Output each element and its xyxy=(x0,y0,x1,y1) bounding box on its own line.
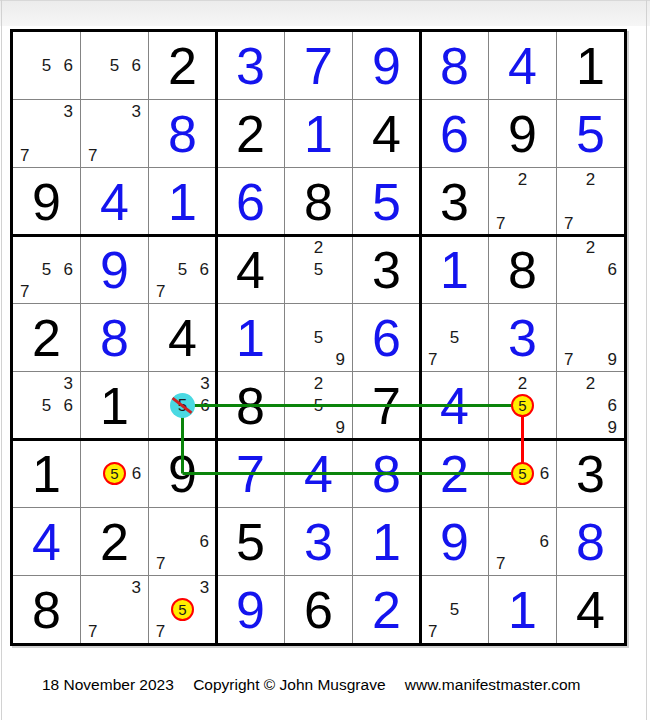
candidate-9: 9 xyxy=(601,348,623,370)
candidate-grid: 269 xyxy=(557,372,624,439)
cell-r3c9[interactable]: 27 xyxy=(557,168,624,235)
cell-r5c7[interactable]: 57 xyxy=(421,304,488,371)
candidate-6: 6 xyxy=(601,259,623,281)
candidate-7: 7 xyxy=(82,144,104,166)
cell-r7c6[interactable]: 8 xyxy=(353,440,420,507)
footer-copyright: Copyright © John Musgrave xyxy=(193,676,385,693)
given-digit: 4 xyxy=(236,244,265,296)
given-digit: 3 xyxy=(440,176,469,228)
given-digit: 9 xyxy=(32,176,61,228)
candidate-3: 3 xyxy=(57,373,79,395)
cell-r4c3[interactable]: 567 xyxy=(149,236,216,303)
cell-r6c2[interactable]: 1 xyxy=(81,372,148,439)
footer-date: 18 November 2023 xyxy=(42,676,174,693)
cell-r5c4[interactable]: 1 xyxy=(217,304,284,371)
solved-digit: 6 xyxy=(372,312,401,364)
candidate-5: 5 xyxy=(444,599,466,621)
candidate-7: 7 xyxy=(490,552,512,574)
solved-digit: 1 xyxy=(168,176,197,228)
candidate-3: 3 xyxy=(57,101,79,123)
given-digit: 2 xyxy=(100,516,129,568)
given-digit: 9 xyxy=(508,108,537,160)
solved-digit: 3 xyxy=(304,516,333,568)
given-digit: 4 xyxy=(168,312,197,364)
cell-r6c6[interactable]: 7 xyxy=(353,372,420,439)
cell-r5c1[interactable]: 2 xyxy=(13,304,80,371)
candidate-grid: 25 xyxy=(489,372,556,439)
cell-r7c7[interactable]: 2 xyxy=(421,440,488,507)
solved-digit: 6 xyxy=(236,176,265,228)
cell-r6c5[interactable]: 259 xyxy=(285,372,352,439)
cell-r8c5[interactable]: 3 xyxy=(285,508,352,575)
solved-digit: 9 xyxy=(440,516,469,568)
candidate-5: 5 xyxy=(36,55,58,77)
candidate-grid: 57 xyxy=(421,576,488,643)
cell-r3c4[interactable]: 6 xyxy=(217,168,284,235)
cell-r2c1[interactable]: 37 xyxy=(13,100,80,167)
candidate-5: 5 xyxy=(308,327,330,349)
candidate-grid: 56 xyxy=(489,440,556,507)
cell-r7c2[interactable]: 56 xyxy=(81,440,148,507)
candidate-2: 2 xyxy=(308,373,330,395)
candidate-6: 6 xyxy=(57,55,79,77)
cell-r4c8[interactable]: 8 xyxy=(489,236,556,303)
cell-r9c8[interactable]: 1 xyxy=(489,576,556,643)
cell-r5c9[interactable]: 79 xyxy=(557,304,624,371)
cell-r8c4[interactable]: 5 xyxy=(217,508,284,575)
given-digit: 9 xyxy=(168,448,197,500)
page-edge-right xyxy=(646,0,647,720)
cell-r6c4[interactable]: 8 xyxy=(217,372,284,439)
solved-digit: 8 xyxy=(372,448,401,500)
cell-r2c5[interactable]: 1 xyxy=(285,100,352,167)
candidate-5: 5 xyxy=(308,259,330,281)
cell-r8c6[interactable]: 1 xyxy=(353,508,420,575)
cell-r3c6[interactable]: 5 xyxy=(353,168,420,235)
chain-candidate-5: 5 xyxy=(511,394,534,417)
cell-r6c9[interactable]: 269 xyxy=(557,372,624,439)
candidate-grid: 37 xyxy=(81,100,148,167)
cell-r6c8[interactable]: 25 xyxy=(489,372,556,439)
candidate-7: 7 xyxy=(422,348,444,370)
cell-r2c2[interactable]: 37 xyxy=(81,100,148,167)
candidate-3: 3 xyxy=(195,373,215,393)
solved-digit: 3 xyxy=(508,312,537,364)
solved-digit: 9 xyxy=(236,584,265,636)
given-digit: 1 xyxy=(100,380,129,432)
given-digit: 1 xyxy=(576,40,605,92)
solved-digit: 1 xyxy=(236,312,265,364)
cell-r5c8[interactable]: 3 xyxy=(489,304,556,371)
cell-r1c7[interactable]: 8 xyxy=(421,32,488,99)
solved-digit: 1 xyxy=(440,244,469,296)
cell-r9c4[interactable]: 9 xyxy=(217,576,284,643)
candidate-7: 7 xyxy=(14,144,36,166)
candidate-5: 5 xyxy=(308,395,330,417)
cell-r9c1[interactable]: 8 xyxy=(13,576,80,643)
candidate-grid: 37 xyxy=(81,576,148,643)
candidate-7: 7 xyxy=(82,620,104,642)
candidate-7: 7 xyxy=(558,348,580,370)
cell-r2c3[interactable]: 8 xyxy=(149,100,216,167)
solved-digit: 1 xyxy=(372,516,401,568)
given-digit: 8 xyxy=(32,584,61,636)
box-border-vertical-1 xyxy=(215,32,218,643)
solved-digit: 2 xyxy=(440,448,469,500)
given-digit: 4 xyxy=(372,108,401,160)
cell-r5c6[interactable]: 6 xyxy=(353,304,420,371)
given-digit: 8 xyxy=(304,176,333,228)
cell-r4c6[interactable]: 3 xyxy=(353,236,420,303)
cell-r8c9[interactable]: 8 xyxy=(557,508,624,575)
cell-r1c4[interactable]: 3 xyxy=(217,32,284,99)
candidate-grid: 57 xyxy=(421,304,488,371)
cell-r1c1[interactable]: 56 xyxy=(13,32,80,99)
cell-r4c4[interactable]: 4 xyxy=(217,236,284,303)
candidate-grid: 27 xyxy=(489,168,556,235)
solved-digit: 4 xyxy=(440,380,469,432)
given-digit: 7 xyxy=(372,380,401,432)
candidate-7: 7 xyxy=(150,280,172,302)
cell-r7c4[interactable]: 7 xyxy=(217,440,284,507)
cell-r7c3[interactable]: 9 xyxy=(149,440,216,507)
candidate-7: 7 xyxy=(422,620,444,642)
solved-digit: 1 xyxy=(304,108,333,160)
candidate-2: 2 xyxy=(308,237,330,259)
given-digit: 2 xyxy=(32,312,61,364)
cell-r2c4[interactable]: 2 xyxy=(217,100,284,167)
candidate-6: 6 xyxy=(57,259,79,281)
cell-r8c7[interactable]: 9 xyxy=(421,508,488,575)
cell-r4c2[interactable]: 9 xyxy=(81,236,148,303)
candidate-grid: 26 xyxy=(557,236,624,303)
candidate-grid: 67 xyxy=(149,508,216,575)
candidate-9: 9 xyxy=(601,416,623,438)
cell-r8c1[interactable]: 4 xyxy=(13,508,80,575)
candidate-grid: 56 xyxy=(81,440,148,507)
cell-r3c7[interactable]: 3 xyxy=(421,168,488,235)
candidate-5: 5 xyxy=(36,395,58,417)
sudoku-board: 5656237984137378214695941685327275679567… xyxy=(10,29,627,646)
candidate-7: 7 xyxy=(150,621,171,642)
cell-r6c3[interactable]: 356 xyxy=(149,372,216,439)
given-digit: 5 xyxy=(236,516,265,568)
cell-r8c8[interactable]: 67 xyxy=(489,508,556,575)
solved-digit: 4 xyxy=(508,40,537,92)
cell-r4c5[interactable]: 25 xyxy=(285,236,352,303)
box-border-vertical-2 xyxy=(419,32,422,643)
candidate-3: 3 xyxy=(194,577,215,598)
given-digit: 8 xyxy=(508,244,537,296)
candidate-6: 6 xyxy=(126,462,147,485)
board-cells: 5656237984137378214695941685327275679567… xyxy=(13,32,624,643)
candidate-2: 2 xyxy=(580,237,602,259)
given-digit: 4 xyxy=(576,584,605,636)
given-digit: 6 xyxy=(304,584,333,636)
cell-r3c1[interactable]: 9 xyxy=(13,168,80,235)
cell-r1c5[interactable]: 7 xyxy=(285,32,352,99)
cell-r5c3[interactable]: 4 xyxy=(149,304,216,371)
solved-digit: 9 xyxy=(100,244,129,296)
candidate-6: 6 xyxy=(193,531,215,553)
cell-r9c7[interactable]: 57 xyxy=(421,576,488,643)
candidate-grid: 25 xyxy=(285,236,352,303)
solved-digit: 7 xyxy=(304,40,333,92)
cell-r1c8[interactable]: 4 xyxy=(489,32,556,99)
candidate-grid: 357 xyxy=(149,576,216,643)
candidate-7: 7 xyxy=(490,212,512,234)
cell-r9c6[interactable]: 2 xyxy=(353,576,420,643)
solved-digit: 8 xyxy=(168,108,197,160)
solved-digit: 3 xyxy=(236,40,265,92)
given-digit: 2 xyxy=(168,40,197,92)
candidate-grid: 356 xyxy=(13,372,80,439)
cell-r6c1[interactable]: 356 xyxy=(13,372,80,439)
cell-r1c2[interactable]: 56 xyxy=(81,32,148,99)
solved-digit: 1 xyxy=(508,584,537,636)
cell-r1c6[interactable]: 9 xyxy=(353,32,420,99)
cell-r6c7[interactable]: 4 xyxy=(421,372,488,439)
box-border-horizontal-1 xyxy=(13,234,624,237)
candidate-6: 6 xyxy=(533,531,555,553)
candidate-2: 2 xyxy=(580,169,602,191)
cell-r4c7[interactable]: 1 xyxy=(421,236,488,303)
cell-r2c7[interactable]: 6 xyxy=(421,100,488,167)
solved-digit: 4 xyxy=(100,176,129,228)
candidate-5: 5 xyxy=(104,55,126,77)
solved-digit: 8 xyxy=(576,516,605,568)
given-digit: 2 xyxy=(236,108,265,160)
candidate-6: 6 xyxy=(195,393,215,418)
candidate-7: 7 xyxy=(558,212,580,234)
cell-r2c9[interactable]: 5 xyxy=(557,100,624,167)
cell-r2c8[interactable]: 9 xyxy=(489,100,556,167)
solved-digit: 5 xyxy=(576,108,605,160)
chain-candidate-5: 5 xyxy=(171,598,194,621)
cell-r7c1[interactable]: 1 xyxy=(13,440,80,507)
eliminated-candidate-5: 5 xyxy=(170,393,195,418)
solved-digit: 4 xyxy=(304,448,333,500)
cell-r2c6[interactable]: 4 xyxy=(353,100,420,167)
candidate-grid: 56 xyxy=(81,32,148,99)
candidate-6: 6 xyxy=(534,462,555,485)
solved-digit: 2 xyxy=(372,584,401,636)
candidate-9: 9 xyxy=(329,348,351,370)
cell-r5c2[interactable]: 8 xyxy=(81,304,148,371)
candidate-grid: 59 xyxy=(285,304,352,371)
cell-r4c1[interactable]: 567 xyxy=(13,236,80,303)
footer-website: www.manifestmaster.com xyxy=(405,676,581,693)
solved-digit: 8 xyxy=(100,312,129,364)
cell-r9c2[interactable]: 37 xyxy=(81,576,148,643)
cell-r7c8[interactable]: 56 xyxy=(489,440,556,507)
candidate-5: 5 xyxy=(36,259,58,281)
chain-candidate-5: 5 xyxy=(511,462,534,485)
candidate-5: 5 xyxy=(172,259,194,281)
given-digit: 3 xyxy=(576,448,605,500)
candidate-6: 6 xyxy=(601,395,623,417)
candidate-2: 2 xyxy=(580,373,602,395)
box-border-horizontal-2 xyxy=(13,438,624,441)
cell-r5c5[interactable]: 59 xyxy=(285,304,352,371)
solved-digit: 8 xyxy=(440,40,469,92)
candidate-grid: 79 xyxy=(557,304,624,371)
candidate-grid: 67 xyxy=(489,508,556,575)
given-digit: 3 xyxy=(372,244,401,296)
candidate-5: 5 xyxy=(444,327,466,349)
solved-digit: 7 xyxy=(236,448,265,500)
candidate-7: 7 xyxy=(14,280,36,302)
candidate-6: 6 xyxy=(125,55,147,77)
cell-r4c9[interactable]: 26 xyxy=(557,236,624,303)
cell-r9c3[interactable]: 357 xyxy=(149,576,216,643)
given-digit: 1 xyxy=(32,448,61,500)
cell-r9c5[interactable]: 6 xyxy=(285,576,352,643)
candidate-3: 3 xyxy=(125,101,147,123)
cell-r7c9[interactable]: 3 xyxy=(557,440,624,507)
candidate-grid: 567 xyxy=(149,236,216,303)
candidate-grid: 259 xyxy=(285,372,352,439)
cell-r1c9[interactable]: 1 xyxy=(557,32,624,99)
candidate-grid: 37 xyxy=(13,100,80,167)
page-header-bar xyxy=(0,0,650,26)
cell-r7c5[interactable]: 4 xyxy=(285,440,352,507)
cell-r3c5[interactable]: 8 xyxy=(285,168,352,235)
cell-r3c3[interactable]: 1 xyxy=(149,168,216,235)
solved-digit: 9 xyxy=(372,40,401,92)
candidate-2: 2 xyxy=(512,169,534,191)
candidate-grid: 356 xyxy=(149,372,216,439)
solved-digit: 5 xyxy=(372,176,401,228)
solved-digit: 6 xyxy=(440,108,469,160)
cell-r8c2[interactable]: 2 xyxy=(81,508,148,575)
candidate-grid: 567 xyxy=(13,236,80,303)
candidate-9: 9 xyxy=(329,416,351,438)
board-inner: 5656237984137378214695941685327275679567… xyxy=(13,32,624,643)
cell-r9c9[interactable]: 4 xyxy=(557,576,624,643)
chain-candidate-5: 5 xyxy=(103,462,126,485)
page-edge-left xyxy=(1,0,2,720)
candidate-6: 6 xyxy=(57,395,79,417)
cell-r3c8[interactable]: 27 xyxy=(489,168,556,235)
given-digit: 8 xyxy=(236,380,265,432)
candidate-6: 6 xyxy=(193,259,215,281)
candidate-3: 3 xyxy=(125,577,147,599)
cell-r8c3[interactable]: 67 xyxy=(149,508,216,575)
candidate-2: 2 xyxy=(511,373,534,394)
solved-digit: 4 xyxy=(32,516,61,568)
candidate-grid: 27 xyxy=(557,168,624,235)
candidate-grid: 56 xyxy=(13,32,80,99)
candidate-7: 7 xyxy=(150,552,172,574)
cell-r3c2[interactable]: 4 xyxy=(81,168,148,235)
footer: 18 November 2023 Copyright © John Musgra… xyxy=(42,676,596,694)
cell-r1c3[interactable]: 2 xyxy=(149,32,216,99)
